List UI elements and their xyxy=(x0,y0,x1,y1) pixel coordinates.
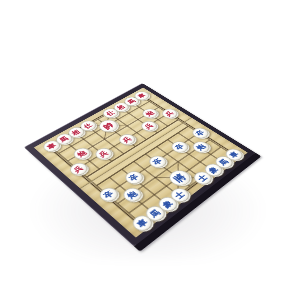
piece-character: 卒 xyxy=(173,143,185,151)
piece-character: 炮 xyxy=(194,143,206,151)
piece-character: 炮 xyxy=(75,149,87,157)
piece-character: 相 xyxy=(70,128,81,135)
piece-character: 卒 xyxy=(151,157,163,165)
piece-character: 炮 xyxy=(144,110,155,117)
piece-character: 馬 xyxy=(58,135,69,142)
piece-character: 卒 xyxy=(102,189,115,199)
piece-character: 馬 xyxy=(148,208,161,218)
board-surface[interactable]: 車馬相仕仕相馬車帥炮炮兵兵兵兵兵卒卒卒卒卒炮炮將車馬象士士象馬車 xyxy=(34,88,248,238)
piece-character: 車 xyxy=(136,93,146,99)
piece-character: 士 xyxy=(196,173,208,182)
piece-character: 車 xyxy=(227,150,239,158)
piece-character: 仕 xyxy=(82,122,93,129)
xiangqi-board-scene: 車馬相仕仕相馬車帥炮炮兵兵兵兵兵卒卒卒卒卒炮炮將車馬象士士象馬車 xyxy=(34,45,244,255)
piece-character: 仕 xyxy=(105,110,116,117)
piece-character: 炮 xyxy=(125,190,138,200)
piece-character: 象 xyxy=(207,165,219,174)
piece-character: 將 xyxy=(171,172,186,183)
piece-character: 馬 xyxy=(126,98,136,104)
piece-character: 卒 xyxy=(127,173,139,182)
xiangqi-board-frame[interactable]: 車馬相仕仕相馬車帥炮炮兵兵兵兵兵卒卒卒卒卒炮炮將車馬象士士象馬車 xyxy=(24,83,256,246)
piece-character: 兵 xyxy=(143,122,154,129)
piece-character: 相 xyxy=(115,104,125,110)
piece-character: 兵 xyxy=(72,165,84,174)
piece-character: 兵 xyxy=(97,150,109,158)
piece-character: 車 xyxy=(45,142,56,150)
piece-character: 馬 xyxy=(217,158,229,166)
piece-character: 帥 xyxy=(101,121,115,130)
piece-character: 兵 xyxy=(121,136,132,144)
piece-character: 卒 xyxy=(194,129,205,136)
piece-character: 象 xyxy=(160,199,173,209)
piece-character: 兵 xyxy=(164,110,175,117)
piece-character: 車 xyxy=(135,217,149,228)
piece-character: 士 xyxy=(173,190,186,200)
product-photo-canvas: 車馬相仕仕相馬車帥炮炮兵兵兵兵兵卒卒卒卒卒炮炮將車馬象士士象馬車 xyxy=(0,0,292,292)
